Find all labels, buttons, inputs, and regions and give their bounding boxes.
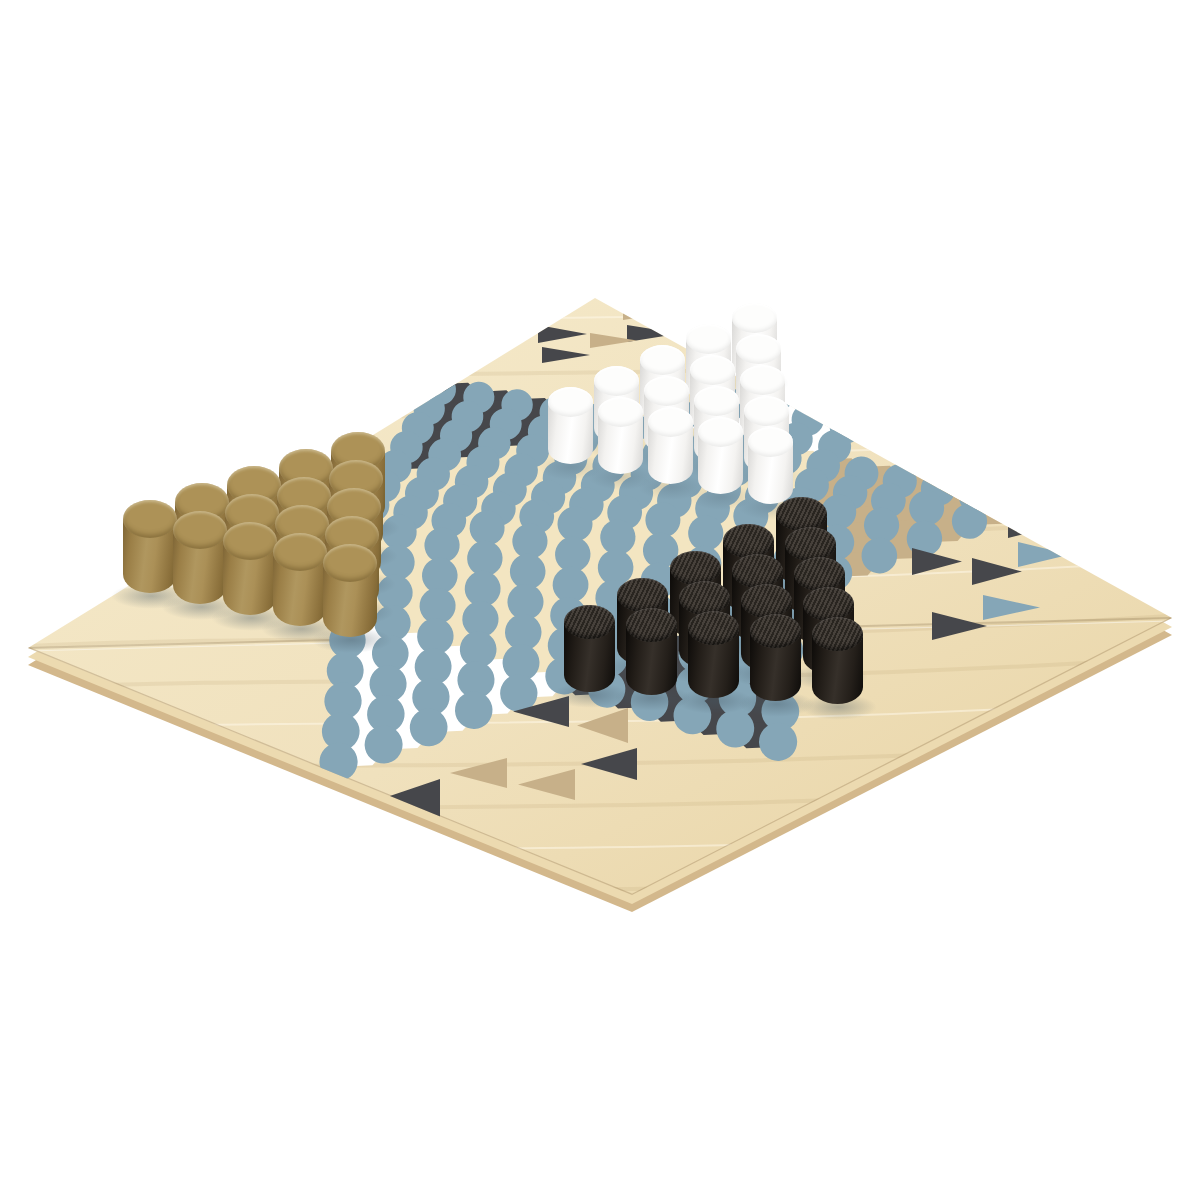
peg-top-face (698, 417, 743, 447)
peg-top-face (732, 554, 783, 588)
peg-top-face (785, 527, 836, 561)
peg-top-face (644, 376, 689, 406)
peg-top-face (323, 544, 377, 582)
peg-black-1[interactable] (564, 605, 615, 723)
peg-top-face (688, 611, 739, 645)
peg-white-6[interactable] (648, 407, 693, 513)
peg-gold-15[interactable] (323, 544, 377, 670)
product-photo-stage (0, 0, 1200, 1200)
peg-top-face (617, 578, 668, 612)
peg-black-10[interactable] (750, 614, 801, 732)
peg-top-face (741, 584, 792, 618)
peg-top-face (670, 551, 721, 585)
peg-top-face (740, 365, 785, 395)
peg-top-face (123, 500, 177, 538)
peg-top-face (750, 614, 801, 648)
peg-top-face (776, 497, 827, 531)
peg-top-face (748, 427, 793, 457)
peg-top-face (594, 366, 639, 396)
peg-top-face (679, 581, 730, 615)
peg-black-6[interactable] (688, 611, 739, 729)
peg-top-face (648, 407, 693, 437)
peg-white-1[interactable] (548, 387, 593, 493)
peg-black-15[interactable] (812, 617, 863, 735)
peg-top-face (723, 524, 774, 558)
peg-top-face (732, 303, 777, 333)
peg-top-face (173, 511, 227, 549)
peg-top-face (273, 533, 327, 571)
peg-top-face (736, 334, 781, 364)
peg-top-face (223, 522, 277, 560)
peg-white-3[interactable] (598, 397, 643, 503)
peg-top-face (598, 397, 643, 427)
peg-top-face (690, 355, 735, 385)
peg-top-face (794, 557, 845, 591)
peg-white-10[interactable] (698, 417, 743, 523)
peg-top-face (803, 587, 854, 621)
peg-top-face (626, 608, 677, 642)
peg-top-face (744, 396, 789, 426)
peg-top-face (564, 605, 615, 639)
pegs-layer (0, 0, 1200, 1200)
peg-black-3[interactable] (626, 608, 677, 726)
peg-top-face (686, 324, 731, 354)
peg-top-face (694, 386, 739, 416)
peg-top-face (812, 617, 863, 651)
peg-top-face (548, 387, 593, 417)
peg-top-face (640, 345, 685, 375)
